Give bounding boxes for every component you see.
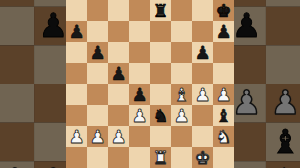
square-e3[interactable]: ♞ [150,105,171,126]
square-f7[interactable] [171,21,192,42]
square-a8[interactable] [66,0,87,21]
piece-white-pawn: ♟ [39,163,69,168]
square-c4[interactable] [108,84,129,105]
square-c3[interactable] [108,105,129,126]
square-f3[interactable]: ♟ [171,105,192,126]
square-c7[interactable] [108,21,129,42]
square-c5[interactable]: ♟ [108,63,129,84]
square-g5[interactable] [192,63,213,84]
square-a2[interactable]: ♟ [66,126,87,147]
square-b2[interactable]: ♟ [87,126,108,147]
piece-black-king: ♚ [215,1,231,19]
square-b6[interactable]: ♟ [87,42,108,63]
square-f8[interactable] [171,0,192,21]
square-a7: ♟ [0,0,34,7]
piece-black-pawn: ♟ [39,9,69,42]
piece-black-bishop: ♝ [270,124,300,157]
piece-white-king: ♚ [194,148,210,166]
square-f2[interactable] [171,126,192,147]
square-h6 [266,7,300,46]
square-h6[interactable] [213,42,234,63]
square-f1[interactable] [171,147,192,168]
square-g2[interactable] [192,126,213,147]
square-c2[interactable]: ♟ [108,126,129,147]
square-g8[interactable] [192,0,213,21]
piece-black-pawn: ♟ [131,85,147,103]
square-b7[interactable] [87,21,108,42]
square-h5[interactable] [213,63,234,84]
square-g7[interactable] [192,21,213,42]
square-a7[interactable]: ♟ [66,21,87,42]
square-a3[interactable] [66,105,87,126]
square-a4[interactable] [66,84,87,105]
square-e1[interactable]: ♜ [150,147,171,168]
piece-white-knight: ♞ [215,127,231,145]
square-f4[interactable]: ♝ [171,84,192,105]
square-b8[interactable] [87,0,108,21]
square-d7[interactable] [129,21,150,42]
piece-black-pawn: ♟ [0,0,30,3]
square-c8[interactable] [108,0,129,21]
piece-black-rook: ♜ [152,1,168,19]
square-h7[interactable]: ♟ [213,21,234,42]
piece-white-pawn: ♟ [110,127,126,145]
square-b5[interactable] [87,63,108,84]
square-d6[interactable] [129,42,150,63]
piece-white-pawn: ♟ [131,106,147,124]
square-h7: ♟ [266,0,300,7]
square-b4[interactable] [87,84,108,105]
square-h3: ♝ [266,123,300,162]
piece-black-pawn: ♟ [110,64,126,82]
piece-white-pawn: ♟ [68,127,84,145]
piece-black-pawn: ♟ [215,22,231,40]
square-a4 [0,84,34,123]
square-h3[interactable]: ♝ [213,105,234,126]
square-a5[interactable] [66,63,87,84]
piece-white-pawn: ♟ [0,163,30,168]
square-b3[interactable] [87,105,108,126]
square-a1[interactable] [66,147,87,168]
square-h1[interactable] [213,147,234,168]
piece-white-pawn: ♟ [270,86,300,119]
square-h2[interactable]: ♞ [213,126,234,147]
piece-black-pawn: ♟ [68,22,84,40]
piece-white-pawn: ♟ [89,127,105,145]
square-a6[interactable] [66,42,87,63]
piece-white-rook: ♜ [152,148,168,166]
square-a5 [0,45,34,84]
square-d4[interactable]: ♟ [129,84,150,105]
piece-white-pawn: ♟ [194,85,210,103]
square-h2: ♞ [266,161,300,168]
piece-black-knight: ♞ [152,106,168,124]
square-b1[interactable] [87,147,108,168]
chess-board: ♜♚♟♟♟♟♟♟♝♟♟♟♞♟♝♟♟♟♞♜♚ [66,0,234,168]
square-e7[interactable] [150,21,171,42]
square-e4[interactable] [150,84,171,105]
square-h4[interactable]: ♟ [213,84,234,105]
chess-board-container: ♜♚♟♟♟♟♟♟♝♟♟♟♞♟♝♟♟♟♞♜♚ [66,0,234,168]
square-h8[interactable]: ♚ [213,0,234,21]
square-e5[interactable] [150,63,171,84]
piece-white-pawn: ♟ [173,106,189,124]
piece-white-knight: ♞ [270,163,300,168]
piece-white-pawn: ♟ [215,85,231,103]
square-d1[interactable] [129,147,150,168]
square-g1[interactable]: ♚ [192,147,213,168]
square-c6[interactable] [108,42,129,63]
piece-black-pawn: ♟ [89,43,105,61]
piece-white-bishop: ♝ [173,85,189,103]
square-c1[interactable] [108,147,129,168]
square-a3 [0,123,34,162]
piece-black-bishop: ♝ [215,106,231,124]
square-a6 [0,7,34,46]
square-h5 [266,45,300,84]
square-g6[interactable]: ♟ [192,42,213,63]
square-e6[interactable] [150,42,171,63]
square-d5[interactable] [129,63,150,84]
square-e2[interactable] [150,126,171,147]
square-d3[interactable]: ♟ [129,105,150,126]
square-g4[interactable]: ♟ [192,84,213,105]
square-a2: ♟ [0,161,34,168]
square-h4: ♟ [266,84,300,123]
square-f6[interactable] [171,42,192,63]
square-d8[interactable] [129,0,150,21]
square-d2[interactable] [129,126,150,147]
piece-white-pawn: ♟ [232,86,262,119]
piece-black-pawn: ♟ [194,43,210,61]
square-g3[interactable] [192,105,213,126]
square-f5[interactable] [171,63,192,84]
video-frame: ♜♚♟♟♟♟♟♟♝♟♟♟♞♟♝♟♟♟♞♜♚ ♜♚♟♟♟♟♟♟♝♟♟♟♞♟♝♟♟♟… [0,0,300,168]
piece-black-pawn: ♟ [232,9,262,42]
square-e8[interactable]: ♜ [150,0,171,21]
piece-black-pawn: ♟ [270,0,300,3]
